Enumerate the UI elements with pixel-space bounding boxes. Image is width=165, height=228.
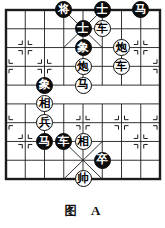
piece-red-cannon[interactable]: 炮 [113, 39, 130, 56]
caption-label: 图 [65, 203, 78, 220]
figure-page: 将士马士车象炮炮车象马相兵马车相卒帅 图 A [0, 0, 165, 228]
caption-letter: A [91, 203, 100, 219]
piece-black-horse[interactable]: 马 [132, 1, 149, 18]
piece-black-soldier[interactable]: 卒 [94, 152, 111, 169]
piece-black-advisor[interactable]: 士 [94, 1, 111, 18]
piece-red-soldier[interactable]: 兵 [36, 114, 53, 131]
piece-black-horse[interactable]: 马 [36, 133, 53, 150]
figure-caption: 图 A [0, 201, 165, 221]
piece-red-elephant[interactable]: 相 [36, 95, 53, 112]
pieces-grid: 将士马士车象炮炮车象马相兵马车相卒帅 [0, 1, 165, 189]
piece-red-chariot[interactable]: 车 [113, 58, 130, 75]
piece-red-horse[interactable]: 马 [75, 77, 92, 94]
piece-red-general[interactable]: 帅 [75, 170, 92, 187]
piece-red-elephant[interactable]: 相 [75, 133, 92, 150]
piece-black-elephant[interactable]: 象 [75, 39, 92, 56]
piece-red-cannon[interactable]: 炮 [75, 58, 92, 75]
piece-black-advisor[interactable]: 士 [75, 20, 92, 37]
piece-black-chariot[interactable]: 车 [55, 133, 72, 150]
piece-black-elephant[interactable]: 象 [36, 77, 53, 94]
piece-red-chariot[interactable]: 车 [94, 20, 111, 37]
xiangqi-board: 将士马士车象炮炮车象马相兵马车相卒帅 [0, 0, 165, 190]
piece-black-general[interactable]: 将 [55, 1, 72, 18]
